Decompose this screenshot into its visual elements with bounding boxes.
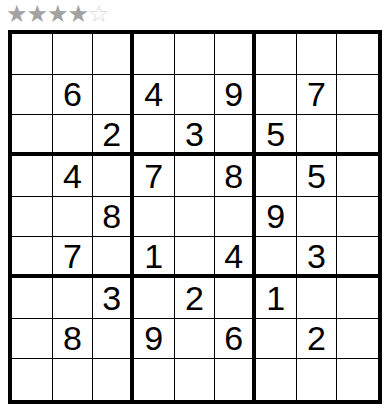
cell-r1c4[interactable] [134, 34, 175, 75]
cell-r5c8[interactable] [297, 197, 338, 238]
cell-r7c5[interactable]: 2 [175, 278, 216, 319]
cell-r2c9[interactable] [337, 75, 378, 116]
star-filled-icon: ★ [68, 1, 89, 27]
sudoku-board: 649723547858971433218962 [8, 30, 382, 404]
cell-r5c2[interactable] [53, 197, 94, 238]
cell-r9c8[interactable] [297, 359, 338, 400]
cell-r6c5[interactable] [175, 237, 216, 278]
cell-r1c9[interactable] [337, 34, 378, 75]
difficulty-stars: ★★★★☆ [6, 1, 109, 27]
cell-r4c6[interactable]: 8 [215, 156, 256, 197]
cell-r4c2[interactable]: 4 [53, 156, 94, 197]
cell-r9c9[interactable] [337, 359, 378, 400]
cell-r3c8[interactable] [297, 115, 338, 156]
cell-r6c8[interactable]: 3 [297, 237, 338, 278]
cell-r7c1[interactable] [12, 278, 53, 319]
cell-r4c8[interactable]: 5 [297, 156, 338, 197]
cell-r9c5[interactable] [175, 359, 216, 400]
cell-r6c2[interactable]: 7 [53, 237, 94, 278]
cell-r8c4[interactable]: 9 [134, 319, 175, 360]
cell-r6c6[interactable]: 4 [215, 237, 256, 278]
cell-r2c3[interactable] [93, 75, 134, 116]
cell-r9c3[interactable] [93, 359, 134, 400]
cell-r5c5[interactable] [175, 197, 216, 238]
cell-r9c1[interactable] [12, 359, 53, 400]
cell-r1c8[interactable] [297, 34, 338, 75]
cell-r9c6[interactable] [215, 359, 256, 400]
cell-r5c4[interactable] [134, 197, 175, 238]
star-filled-icon: ★ [47, 1, 68, 27]
cell-r7c9[interactable] [337, 278, 378, 319]
cell-r3c5[interactable]: 3 [175, 115, 216, 156]
cell-r4c4[interactable]: 7 [134, 156, 175, 197]
cell-r6c7[interactable] [256, 237, 297, 278]
cell-r2c6[interactable]: 9 [215, 75, 256, 116]
cell-r5c3[interactable]: 8 [93, 197, 134, 238]
cell-r7c6[interactable] [215, 278, 256, 319]
cell-r6c4[interactable]: 1 [134, 237, 175, 278]
cell-r7c4[interactable] [134, 278, 175, 319]
cell-r8c1[interactable] [12, 319, 53, 360]
cell-r7c2[interactable] [53, 278, 94, 319]
cell-r8c8[interactable]: 2 [297, 319, 338, 360]
cell-r4c1[interactable] [12, 156, 53, 197]
cell-r7c3[interactable]: 3 [93, 278, 134, 319]
cell-r5c6[interactable] [215, 197, 256, 238]
cell-r8c5[interactable] [175, 319, 216, 360]
cell-r6c1[interactable] [12, 237, 53, 278]
star-filled-icon: ★ [6, 1, 27, 27]
cell-r1c2[interactable] [53, 34, 94, 75]
cell-r4c9[interactable] [337, 156, 378, 197]
cell-r1c1[interactable] [12, 34, 53, 75]
cell-r6c9[interactable] [337, 237, 378, 278]
cell-r9c2[interactable] [53, 359, 94, 400]
star-empty-icon: ☆ [88, 1, 109, 27]
cell-r2c2[interactable]: 6 [53, 75, 94, 116]
cell-r8c3[interactable] [93, 319, 134, 360]
cell-r7c8[interactable] [297, 278, 338, 319]
cell-r3c1[interactable] [12, 115, 53, 156]
cell-r9c7[interactable] [256, 359, 297, 400]
cell-r3c4[interactable] [134, 115, 175, 156]
cell-r1c7[interactable] [256, 34, 297, 75]
cell-r3c2[interactable] [53, 115, 94, 156]
cell-r1c6[interactable] [215, 34, 256, 75]
cell-r8c6[interactable]: 6 [215, 319, 256, 360]
cell-r1c3[interactable] [93, 34, 134, 75]
star-filled-icon: ★ [27, 1, 48, 27]
cell-r7c7[interactable]: 1 [256, 278, 297, 319]
cell-r2c5[interactable] [175, 75, 216, 116]
cell-r5c1[interactable] [12, 197, 53, 238]
cell-r4c7[interactable] [256, 156, 297, 197]
cell-r5c7[interactable]: 9 [256, 197, 297, 238]
cell-r1c5[interactable] [175, 34, 216, 75]
cell-r2c4[interactable]: 4 [134, 75, 175, 116]
cell-r2c1[interactable] [12, 75, 53, 116]
cell-r3c6[interactable] [215, 115, 256, 156]
cell-r6c3[interactable] [93, 237, 134, 278]
cell-r8c7[interactable] [256, 319, 297, 360]
cell-r8c9[interactable] [337, 319, 378, 360]
cell-r8c2[interactable]: 8 [53, 319, 94, 360]
cell-r4c3[interactable] [93, 156, 134, 197]
cell-r9c4[interactable] [134, 359, 175, 400]
cell-r3c7[interactable]: 5 [256, 115, 297, 156]
cell-r2c7[interactable] [256, 75, 297, 116]
cell-r3c3[interactable]: 2 [93, 115, 134, 156]
cell-r2c8[interactable]: 7 [297, 75, 338, 116]
cell-r3c9[interactable] [337, 115, 378, 156]
cell-r4c5[interactable] [175, 156, 216, 197]
cell-r5c9[interactable] [337, 197, 378, 238]
